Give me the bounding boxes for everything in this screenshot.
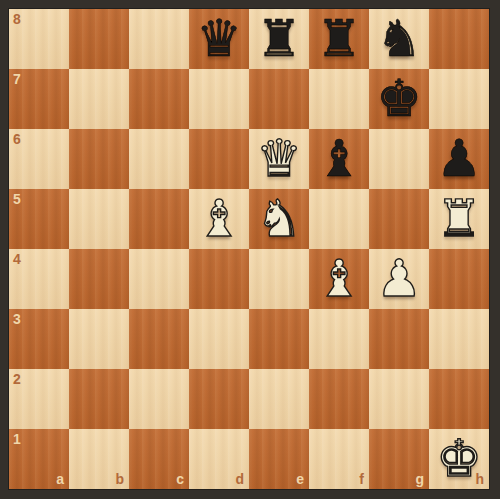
square-h2[interactable] (429, 369, 489, 429)
file-label-d: d (235, 472, 244, 486)
square-b7[interactable] (69, 69, 129, 129)
square-e4[interactable] (249, 249, 309, 309)
square-g3[interactable] (369, 309, 429, 369)
square-f6[interactable]: ♝ (309, 129, 369, 189)
black-king-g7[interactable]: ♚ (369, 69, 429, 129)
file-label-c: c (176, 472, 184, 486)
square-g8[interactable]: ♞ (369, 9, 429, 69)
file-label-a: a (56, 472, 64, 486)
rank-label-8: 8 (13, 12, 21, 26)
square-a1[interactable]: 1a (9, 429, 69, 489)
square-b3[interactable] (69, 309, 129, 369)
square-d2[interactable] (189, 369, 249, 429)
rank-label-4: 4 (13, 252, 21, 266)
file-label-f: f (359, 472, 364, 486)
square-e6[interactable]: ♛ (249, 129, 309, 189)
square-a4[interactable]: 4 (9, 249, 69, 309)
square-d8[interactable]: ♛ (189, 9, 249, 69)
square-c5[interactable] (129, 189, 189, 249)
rank-label-2: 2 (13, 372, 21, 386)
square-h6[interactable]: ♟ (429, 129, 489, 189)
square-b2[interactable] (69, 369, 129, 429)
square-e3[interactable] (249, 309, 309, 369)
square-h3[interactable] (429, 309, 489, 369)
square-d1[interactable]: d (189, 429, 249, 489)
square-d3[interactable] (189, 309, 249, 369)
square-f4[interactable]: ♝ (309, 249, 369, 309)
black-bishop-f6[interactable]: ♝ (309, 129, 369, 189)
rank-label-3: 3 (13, 312, 21, 326)
square-b8[interactable] (69, 9, 129, 69)
square-c7[interactable] (129, 69, 189, 129)
square-c3[interactable] (129, 309, 189, 369)
square-h7[interactable] (429, 69, 489, 129)
square-g6[interactable] (369, 129, 429, 189)
rank-label-1: 1 (13, 432, 21, 446)
square-a7[interactable]: 7 (9, 69, 69, 129)
file-label-g: g (415, 472, 424, 486)
white-pawn-g4[interactable]: ♟ (369, 249, 429, 309)
square-b5[interactable] (69, 189, 129, 249)
square-c4[interactable] (129, 249, 189, 309)
square-h8[interactable] (429, 9, 489, 69)
square-c2[interactable] (129, 369, 189, 429)
square-e5[interactable]: ♞ (249, 189, 309, 249)
square-c1[interactable]: c (129, 429, 189, 489)
square-a6[interactable]: 6 (9, 129, 69, 189)
file-label-e: e (296, 472, 304, 486)
white-bishop-f4[interactable]: ♝ (309, 249, 369, 309)
square-b4[interactable] (69, 249, 129, 309)
square-c8[interactable] (129, 9, 189, 69)
square-h1[interactable]: h♚ (429, 429, 489, 489)
square-f3[interactable] (309, 309, 369, 369)
square-e2[interactable] (249, 369, 309, 429)
square-g5[interactable] (369, 189, 429, 249)
square-d6[interactable] (189, 129, 249, 189)
chess-board: 8♛♜♜♞7♚6♛♝♟5♝♞♜4♝♟321abcdefgh♚ (9, 9, 489, 489)
square-d5[interactable]: ♝ (189, 189, 249, 249)
black-knight-g8[interactable]: ♞ (369, 9, 429, 69)
square-e7[interactable] (249, 69, 309, 129)
square-f7[interactable] (309, 69, 369, 129)
square-d7[interactable] (189, 69, 249, 129)
square-a3[interactable]: 3 (9, 309, 69, 369)
square-f1[interactable]: f (309, 429, 369, 489)
square-b1[interactable]: b (69, 429, 129, 489)
square-f2[interactable] (309, 369, 369, 429)
square-f8[interactable]: ♜ (309, 9, 369, 69)
square-g1[interactable]: g (369, 429, 429, 489)
white-queen-e6[interactable]: ♛ (249, 129, 309, 189)
rank-label-6: 6 (13, 132, 21, 146)
square-g2[interactable] (369, 369, 429, 429)
white-knight-e5[interactable]: ♞ (249, 189, 309, 249)
square-c6[interactable] (129, 129, 189, 189)
square-g7[interactable]: ♚ (369, 69, 429, 129)
rank-label-5: 5 (13, 192, 21, 206)
square-a2[interactable]: 2 (9, 369, 69, 429)
square-e1[interactable]: e (249, 429, 309, 489)
white-bishop-d5[interactable]: ♝ (189, 189, 249, 249)
square-h5[interactable]: ♜ (429, 189, 489, 249)
square-a5[interactable]: 5 (9, 189, 69, 249)
square-b6[interactable] (69, 129, 129, 189)
square-f5[interactable] (309, 189, 369, 249)
white-king-h1[interactable]: ♚ (429, 429, 489, 489)
file-label-b: b (115, 472, 124, 486)
square-d4[interactable] (189, 249, 249, 309)
black-pawn-h6[interactable]: ♟ (429, 129, 489, 189)
chess-board-frame: 8♛♜♜♞7♚6♛♝♟5♝♞♜4♝♟321abcdefgh♚ (0, 0, 500, 499)
square-a8[interactable]: 8 (9, 9, 69, 69)
white-rook-h5[interactable]: ♜ (429, 189, 489, 249)
black-queen-d8[interactable]: ♛ (189, 9, 249, 69)
square-h4[interactable] (429, 249, 489, 309)
black-rook-f8[interactable]: ♜ (309, 9, 369, 69)
square-g4[interactable]: ♟ (369, 249, 429, 309)
rank-label-7: 7 (13, 72, 21, 86)
square-e8[interactable]: ♜ (249, 9, 309, 69)
black-rook-e8[interactable]: ♜ (249, 9, 309, 69)
